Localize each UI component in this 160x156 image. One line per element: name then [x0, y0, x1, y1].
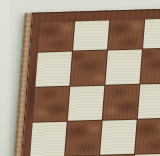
board-square[interactable]	[70, 51, 107, 86]
board-square[interactable]	[103, 85, 140, 120]
board-square[interactable]	[135, 119, 160, 154]
board-square[interactable]	[68, 86, 105, 121]
board-square[interactable]	[105, 50, 142, 85]
board-square[interactable]	[30, 122, 67, 156]
board-grid	[27, 16, 160, 156]
board-square[interactable]	[132, 154, 160, 156]
board-square[interactable]	[35, 52, 72, 87]
board-square[interactable]	[138, 84, 160, 119]
board-square[interactable]	[108, 19, 144, 49]
board-frame	[20, 6, 160, 156]
board-square[interactable]	[143, 18, 160, 48]
board-square[interactable]	[140, 49, 160, 84]
board-square[interactable]	[73, 21, 109, 51]
chessboard	[12, 6, 160, 156]
board-square[interactable]	[100, 120, 137, 155]
board-square[interactable]	[33, 87, 70, 122]
board-square[interactable]	[65, 121, 102, 156]
board-square[interactable]	[38, 22, 74, 52]
photo-background	[0, 0, 160, 156]
board-square[interactable]	[97, 155, 134, 156]
